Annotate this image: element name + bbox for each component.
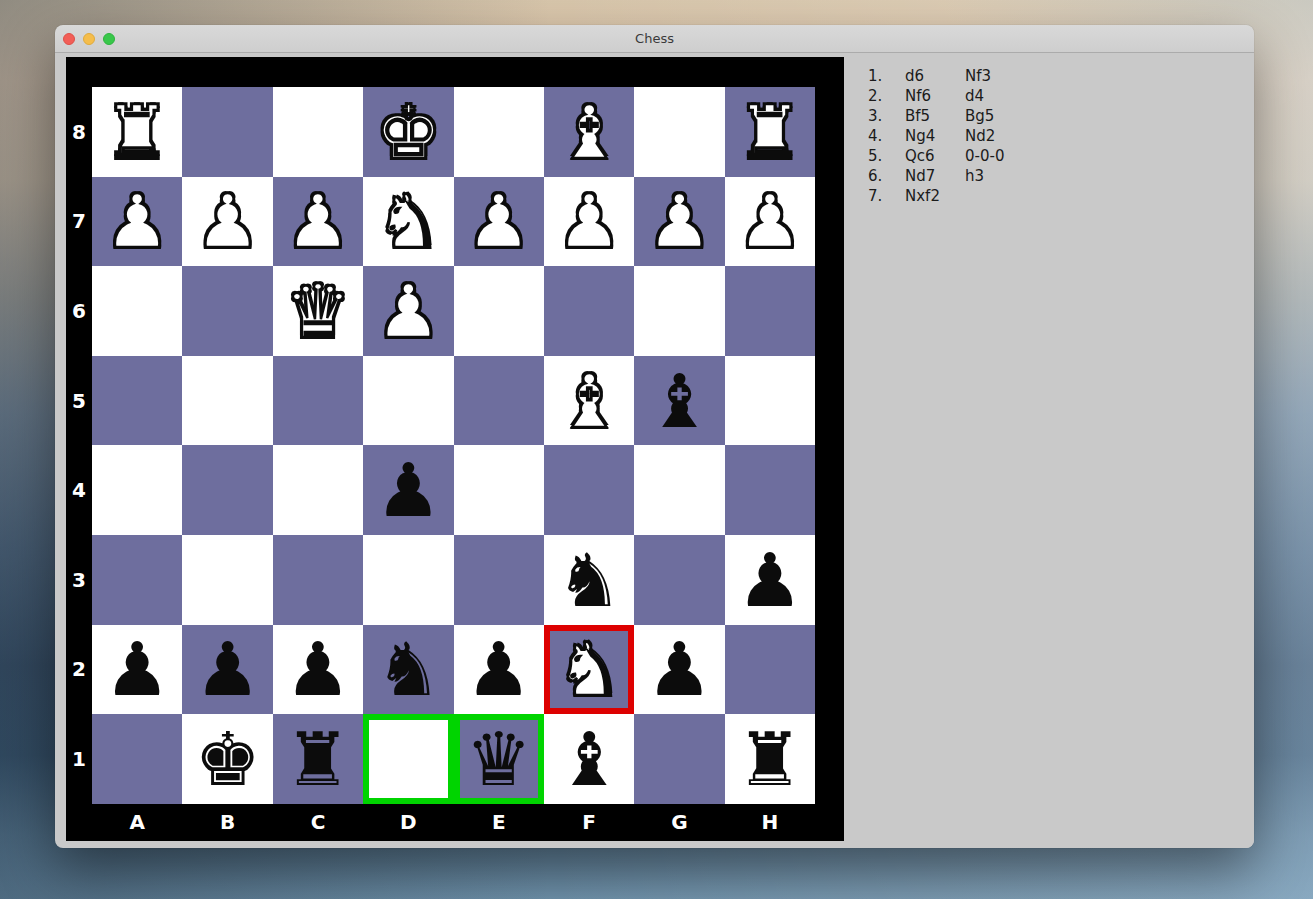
black-knight-f3: ♞ <box>556 543 622 617</box>
square-c2[interactable]: ♟ <box>273 625 363 715</box>
rank-label-8: 8 <box>66 87 92 177</box>
square-d6[interactable]: ♟ <box>363 266 453 356</box>
move-second-5: 0-0-0 <box>965 146 1254 166</box>
square-g6[interactable] <box>634 266 724 356</box>
move-second-7 <box>965 186 1254 206</box>
move-number-7: 7. <box>868 186 905 206</box>
square-c5[interactable] <box>273 356 363 446</box>
window-title: Chess <box>635 31 674 46</box>
black-pawn-e2: ♟ <box>466 632 532 706</box>
square-e8[interactable] <box>454 87 544 177</box>
square-a2[interactable]: ♟ <box>92 625 182 715</box>
square-c4[interactable] <box>273 445 363 535</box>
white-pawn-f7: ♟ <box>556 184 622 258</box>
move-number-4: 4. <box>868 126 905 146</box>
rank-label-3: 3 <box>66 535 92 625</box>
rank-label-2: 2 <box>66 625 92 715</box>
square-e3[interactable] <box>454 535 544 625</box>
black-pawn-a2: ♟ <box>104 632 170 706</box>
move-first-5: Qc6 <box>905 146 965 166</box>
file-label-e: E <box>454 804 544 840</box>
move-number-1: 1. <box>868 66 905 86</box>
square-h1[interactable]: ♜ <box>725 714 815 804</box>
chess-board: 8♜♚♝♜7♟♟♟♞♟♟♟♟6♛♟5♝♝4♟3♞♟2♟♟♟♞♟♞♟1♚♜♛♝♜A… <box>66 87 815 840</box>
square-f1[interactable]: ♝ <box>544 714 634 804</box>
white-pawn-h7: ♟ <box>737 184 803 258</box>
move-second-2: d4 <box>965 86 1254 106</box>
square-h7[interactable]: ♟ <box>725 177 815 267</box>
chess-app-window: Chess 8♜♚♝♜7♟♟♟♞♟♟♟♟6♛♟5♝♝4♟3♞♟2♟♟♟♞♟♞♟1… <box>55 25 1254 848</box>
square-h3[interactable]: ♟ <box>725 535 815 625</box>
desktop-wallpaper: Chess 8♜♚♝♜7♟♟♟♞♟♟♟♟6♛♟5♝♝4♟3♞♟2♟♟♟♞♟♞♟1… <box>0 0 1313 899</box>
square-g8[interactable] <box>634 87 724 177</box>
square-g1[interactable] <box>634 714 724 804</box>
square-g7[interactable]: ♟ <box>634 177 724 267</box>
rank-label-1: 1 <box>66 714 92 804</box>
black-rook-h1: ♜ <box>737 722 803 796</box>
square-c3[interactable] <box>273 535 363 625</box>
square-a4[interactable] <box>92 445 182 535</box>
move-number-2: 2. <box>868 86 905 106</box>
square-a8[interactable]: ♜ <box>92 87 182 177</box>
square-f2[interactable]: ♞ <box>544 625 634 715</box>
move-first-6: Nd7 <box>905 166 965 186</box>
black-bishop-g5: ♝ <box>646 364 712 438</box>
square-h4[interactable] <box>725 445 815 535</box>
square-a3[interactable] <box>92 535 182 625</box>
black-bishop-f1: ♝ <box>556 722 622 796</box>
square-c6[interactable]: ♛ <box>273 266 363 356</box>
square-g4[interactable] <box>634 445 724 535</box>
square-c8[interactable] <box>273 87 363 177</box>
board-corner-cell <box>66 804 92 840</box>
square-d2[interactable]: ♞ <box>363 625 453 715</box>
move-number-6: 6. <box>868 166 905 186</box>
square-d5[interactable] <box>363 356 453 446</box>
white-pawn-c7: ♟ <box>285 184 351 258</box>
square-f5[interactable]: ♝ <box>544 356 634 446</box>
square-d3[interactable] <box>363 535 453 625</box>
black-knight-d2: ♞ <box>375 632 441 706</box>
square-h2[interactable] <box>725 625 815 715</box>
white-rook-h8: ♜ <box>737 95 803 169</box>
white-king-d8: ♚ <box>375 95 441 169</box>
black-pawn-g2: ♟ <box>646 632 712 706</box>
move-number-5: 5. <box>868 146 905 166</box>
square-d4[interactable]: ♟ <box>363 445 453 535</box>
square-c7[interactable]: ♟ <box>273 177 363 267</box>
square-c1[interactable]: ♜ <box>273 714 363 804</box>
square-a1[interactable] <box>92 714 182 804</box>
square-f6[interactable] <box>544 266 634 356</box>
white-bishop-f5: ♝ <box>556 364 622 438</box>
white-pawn-d6: ♟ <box>375 274 441 348</box>
black-pawn-c2: ♟ <box>285 632 351 706</box>
white-pawn-a7: ♟ <box>104 184 170 258</box>
rank-label-4: 4 <box>66 445 92 535</box>
white-rook-a8: ♜ <box>104 95 170 169</box>
square-a5[interactable] <box>92 356 182 446</box>
black-king-b1: ♚ <box>194 722 260 796</box>
square-b2[interactable]: ♟ <box>182 625 272 715</box>
move-second-1: Nf3 <box>965 66 1254 86</box>
square-d1[interactable] <box>363 714 453 804</box>
move-list: 1.d6Nf32.Nf6d43.Bf5Bg54.Ng4Nd25.Qc60-0-0… <box>868 66 1254 206</box>
square-b1[interactable]: ♚ <box>182 714 272 804</box>
black-pawn-h3: ♟ <box>737 543 803 617</box>
square-a6[interactable] <box>92 266 182 356</box>
move-second-4: Nd2 <box>965 126 1254 146</box>
square-h5[interactable] <box>725 356 815 446</box>
square-g5[interactable]: ♝ <box>634 356 724 446</box>
square-b3[interactable] <box>182 535 272 625</box>
square-e2[interactable]: ♟ <box>454 625 544 715</box>
square-g2[interactable]: ♟ <box>634 625 724 715</box>
square-e1[interactable]: ♛ <box>454 714 544 804</box>
white-bishop-f8: ♝ <box>556 95 622 169</box>
file-label-a: A <box>92 804 182 840</box>
square-d8[interactable]: ♚ <box>363 87 453 177</box>
chess-board-frame: 8♜♚♝♜7♟♟♟♞♟♟♟♟6♛♟5♝♝4♟3♞♟2♟♟♟♞♟♞♟1♚♜♛♝♜A… <box>66 57 844 841</box>
square-e6[interactable] <box>454 266 544 356</box>
move-first-3: Bf5 <box>905 106 965 126</box>
move-first-2: Nf6 <box>905 86 965 106</box>
move-second-3: Bg5 <box>965 106 1254 126</box>
black-pawn-b2: ♟ <box>194 632 260 706</box>
file-label-h: H <box>725 804 815 840</box>
square-h6[interactable] <box>725 266 815 356</box>
file-label-g: G <box>634 804 724 840</box>
square-b5[interactable] <box>182 356 272 446</box>
square-f8[interactable]: ♝ <box>544 87 634 177</box>
square-h8[interactable]: ♜ <box>725 87 815 177</box>
square-a7[interactable]: ♟ <box>92 177 182 267</box>
square-e4[interactable] <box>454 445 544 535</box>
window-titlebar[interactable]: Chess <box>55 25 1254 53</box>
square-g3[interactable] <box>634 535 724 625</box>
move-first-7: Nxf2 <box>905 186 965 206</box>
window-content: 8♜♚♝♜7♟♟♟♞♟♟♟♟6♛♟5♝♝4♟3♞♟2♟♟♟♞♟♞♟1♚♜♛♝♜A… <box>55 53 1254 848</box>
square-f3[interactable]: ♞ <box>544 535 634 625</box>
zoom-button[interactable] <box>103 33 115 45</box>
square-e7[interactable]: ♟ <box>454 177 544 267</box>
white-pawn-e7: ♟ <box>466 184 532 258</box>
black-queen-e1: ♛ <box>466 722 532 796</box>
square-b7[interactable]: ♟ <box>182 177 272 267</box>
move-number-3: 3. <box>868 106 905 126</box>
file-label-f: F <box>544 804 634 840</box>
square-f4[interactable] <box>544 445 634 535</box>
close-button[interactable] <box>63 33 75 45</box>
square-d7[interactable]: ♞ <box>363 177 453 267</box>
white-pawn-g7: ♟ <box>646 184 712 258</box>
square-e5[interactable] <box>454 356 544 446</box>
move-second-6: h3 <box>965 166 1254 186</box>
move-list-panel: 1.d6Nf32.Nf6d43.Bf5Bg54.Ng4Nd25.Qc60-0-0… <box>844 53 1254 848</box>
rank-label-5: 5 <box>66 356 92 446</box>
traffic-light-buttons <box>63 25 115 52</box>
move-first-4: Ng4 <box>905 126 965 146</box>
rank-label-6: 6 <box>66 266 92 356</box>
file-label-d: D <box>363 804 453 840</box>
rank-label-7: 7 <box>66 177 92 267</box>
black-pawn-d4: ♟ <box>375 453 441 527</box>
white-knight-f2: ♞ <box>556 632 622 706</box>
square-b8[interactable] <box>182 87 272 177</box>
file-label-c: C <box>273 804 363 840</box>
black-rook-c1: ♜ <box>285 722 351 796</box>
square-b6[interactable] <box>182 266 272 356</box>
white-queen-c6: ♛ <box>285 274 351 348</box>
square-b4[interactable] <box>182 445 272 535</box>
white-knight-d7: ♞ <box>375 184 441 258</box>
file-label-b: B <box>182 804 272 840</box>
move-first-1: d6 <box>905 66 965 86</box>
square-f7[interactable]: ♟ <box>544 177 634 267</box>
minimize-button[interactable] <box>83 33 95 45</box>
white-pawn-b7: ♟ <box>194 184 260 258</box>
